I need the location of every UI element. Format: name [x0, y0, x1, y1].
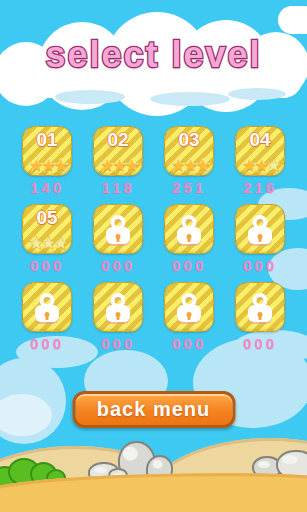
level-tile[interactable]: 04 ★★★: [235, 126, 285, 176]
level-tile[interactable]: [164, 282, 214, 332]
back-menu-button[interactable]: back menu: [72, 391, 235, 428]
level-score: 251: [164, 179, 214, 196]
level-cell: 01 ★★★ 140: [22, 126, 72, 196]
level-number: 01: [23, 128, 71, 152]
lock-keyhole: [116, 312, 121, 317]
level-score: 000: [235, 257, 285, 274]
star-filled-icon: ★: [171, 157, 183, 175]
level-score: 000: [93, 257, 143, 274]
star-filled-icon: ★: [242, 157, 254, 175]
lock-keyhole: [187, 234, 192, 239]
star-rating: ★★★: [23, 235, 71, 253]
level-score: 000: [164, 335, 214, 352]
level-number: 02: [94, 128, 142, 152]
level-cell: 04 ★★★ 216: [235, 126, 285, 196]
star-rating: ★★★: [23, 157, 71, 175]
level-tile[interactable]: 05 ★★★: [22, 204, 72, 254]
level-score: 118: [93, 179, 143, 196]
level-score: 140: [22, 179, 72, 196]
level-tile[interactable]: [164, 204, 214, 254]
level-cell: 03 ★★★ 251: [164, 126, 214, 196]
level-tile[interactable]: [22, 282, 72, 332]
star-rating: ★★★: [236, 157, 284, 175]
level-cell: 000: [22, 282, 72, 352]
star-empty-icon: ★: [41, 235, 53, 253]
star-filled-icon: ★: [254, 157, 266, 175]
star-filled-icon: ★: [29, 157, 41, 175]
star-filled-icon: ★: [124, 157, 136, 175]
level-cell: 000: [235, 282, 285, 352]
level-grid: 01 ★★★ 140 02 ★★★ 118: [0, 126, 307, 352]
lock-icon: [106, 293, 130, 322]
level-score: 216: [235, 179, 285, 196]
level-number: 04: [236, 128, 284, 152]
level-score: 000: [235, 335, 285, 352]
level-cell: 02 ★★★ 118: [93, 126, 143, 196]
star-empty-icon: ★: [266, 157, 278, 175]
star-empty-icon: ★: [29, 235, 41, 253]
level-tile[interactable]: [235, 282, 285, 332]
star-filled-icon: ★: [195, 157, 207, 175]
level-score: 000: [93, 335, 143, 352]
level-tile[interactable]: [93, 282, 143, 332]
level-number: 03: [165, 128, 213, 152]
lock-icon: [248, 215, 272, 244]
lock-icon: [177, 215, 201, 244]
level-number: 05: [23, 206, 71, 230]
lock-icon: [177, 293, 201, 322]
level-cell: 05 ★★★ 000: [22, 204, 72, 274]
level-tile[interactable]: [93, 204, 143, 254]
star-filled-icon: ★: [100, 157, 112, 175]
page-title: select level: [0, 34, 307, 76]
level-tile[interactable]: 03 ★★★: [164, 126, 214, 176]
star-rating: ★★★: [165, 157, 213, 175]
lock-icon: [106, 215, 130, 244]
star-rating: ★★★: [94, 157, 142, 175]
star-filled-icon: ★: [41, 157, 53, 175]
level-score: 000: [22, 335, 72, 352]
star-filled-icon: ★: [112, 157, 124, 175]
star-filled-icon: ★: [53, 157, 65, 175]
level-select-screen: select level 01 ★★★ 140 02 ★★★: [0, 0, 307, 512]
level-cell: 000: [164, 204, 214, 274]
lock-keyhole: [187, 312, 192, 317]
level-score: 000: [164, 257, 214, 274]
lock-keyhole: [116, 234, 121, 239]
lock-icon: [35, 293, 59, 322]
lock-icon: [248, 293, 272, 322]
lock-keyhole: [258, 234, 263, 239]
star-empty-icon: ★: [53, 235, 65, 253]
level-cell: 000: [235, 204, 285, 274]
level-score: 000: [22, 257, 72, 274]
level-tile[interactable]: 01 ★★★: [22, 126, 72, 176]
level-cell: 000: [164, 282, 214, 352]
level-tile[interactable]: 02 ★★★: [93, 126, 143, 176]
lock-keyhole: [258, 312, 263, 317]
lock-keyhole: [45, 312, 50, 317]
star-filled-icon: ★: [183, 157, 195, 175]
level-tile[interactable]: [235, 204, 285, 254]
level-cell: 000: [93, 204, 143, 274]
level-cell: 000: [93, 282, 143, 352]
